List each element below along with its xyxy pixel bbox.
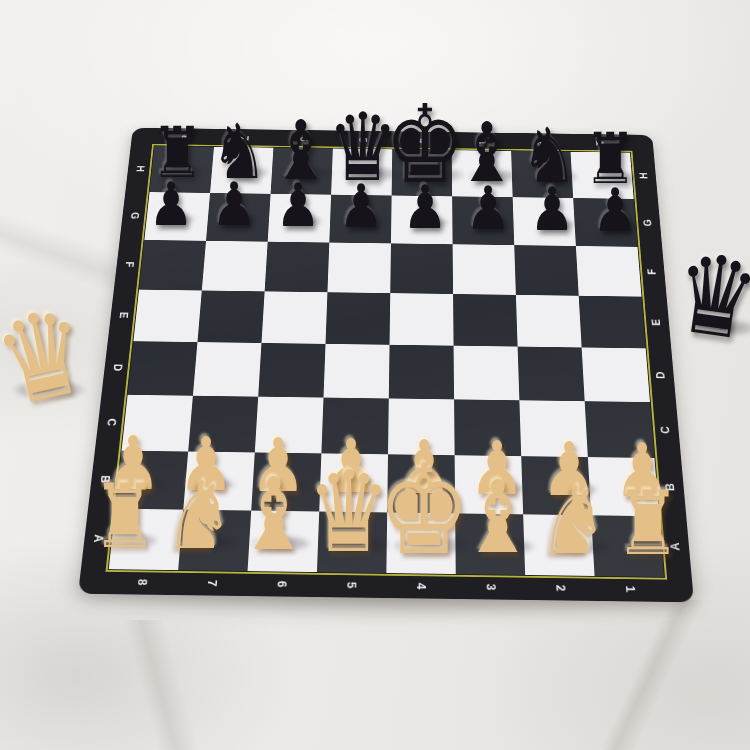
cloth-fold — [560, 600, 750, 750]
square-e6[interactable] — [261, 291, 327, 344]
coord-label-bottom-7: 7 — [203, 576, 220, 590]
coord-label-bottom-6: 6 — [273, 577, 290, 591]
white-knight-a7[interactable]: ♞ — [164, 469, 235, 563]
coord-label-bottom-8: 8 — [134, 575, 151, 589]
square-e7[interactable] — [197, 290, 264, 342]
square-d7[interactable] — [193, 342, 262, 397]
coord-label-bottom-2: 2 — [552, 581, 569, 595]
spare-black-queen[interactable]: ♛ — [667, 237, 750, 357]
coord-label-bottom-5: 5 — [343, 578, 359, 592]
coord-label-left-e: E — [116, 309, 132, 321]
white-bishop-a3[interactable]: ♝ — [461, 468, 536, 568]
square-f3[interactable] — [453, 244, 516, 295]
coord-label-right-e: E — [649, 316, 664, 328]
square-d6[interactable] — [258, 343, 325, 398]
square-d8[interactable] — [128, 341, 198, 396]
square-e1[interactable] — [579, 296, 646, 349]
white-rook-a8[interactable]: ♜ — [92, 473, 158, 561]
square-e2[interactable] — [516, 295, 582, 348]
white-rook-a1[interactable]: ♜ — [615, 480, 681, 568]
square-f7[interactable] — [202, 241, 268, 292]
black-pawn-g4[interactable]: ♟ — [402, 177, 447, 237]
black-pawn-g1[interactable]: ♟ — [593, 180, 638, 240]
white-knight-a2[interactable]: ♞ — [538, 474, 609, 568]
coord-label-left-g: G — [127, 210, 142, 221]
square-e4[interactable] — [390, 293, 454, 346]
square-f5[interactable] — [327, 243, 391, 294]
square-d3[interactable] — [454, 346, 520, 401]
black-pawn-g5[interactable]: ♟ — [339, 176, 384, 236]
square-f2[interactable] — [514, 245, 578, 296]
black-pawn-g6[interactable]: ♟ — [275, 175, 320, 235]
square-d2[interactable] — [518, 347, 585, 402]
square-e5[interactable] — [326, 292, 391, 345]
white-bishop-a6[interactable]: ♝ — [236, 465, 311, 565]
table-surface: { "game": "chess", "scene_description": … — [0, 0, 750, 750]
square-f4[interactable] — [390, 243, 453, 294]
square-d5[interactable] — [323, 344, 389, 399]
square-d1[interactable] — [582, 347, 650, 402]
cloth-fold — [40, 620, 300, 750]
coord-label-right-h: H — [637, 170, 652, 181]
coord-label-right-f: F — [644, 266, 659, 278]
square-e3[interactable] — [453, 294, 518, 347]
coord-label-left-f: F — [121, 259, 137, 271]
square-f6[interactable] — [265, 242, 330, 293]
black-pawn-g8[interactable]: ♟ — [148, 174, 193, 234]
spare-white-queen[interactable]: ♛ — [0, 289, 99, 424]
square-f8[interactable] — [139, 240, 206, 291]
square-f1[interactable] — [576, 246, 642, 297]
black-pawn-g3[interactable]: ♟ — [466, 178, 511, 238]
white-king-a4[interactable]: ♚ — [377, 448, 470, 572]
square-e8[interactable] — [133, 290, 201, 342]
coord-label-bottom-3: 3 — [483, 580, 499, 594]
coord-label-right-d: D — [653, 369, 669, 381]
square-d4[interactable] — [389, 345, 454, 400]
black-pawn-g2[interactable]: ♟ — [529, 179, 574, 239]
black-pawn-g7[interactable]: ♟ — [211, 174, 256, 234]
coord-label-left-h: H — [133, 163, 148, 174]
coord-label-left-d: D — [110, 361, 126, 373]
coord-label-bottom-1: 1 — [622, 582, 639, 596]
coord-label-right-g: G — [640, 217, 655, 228]
